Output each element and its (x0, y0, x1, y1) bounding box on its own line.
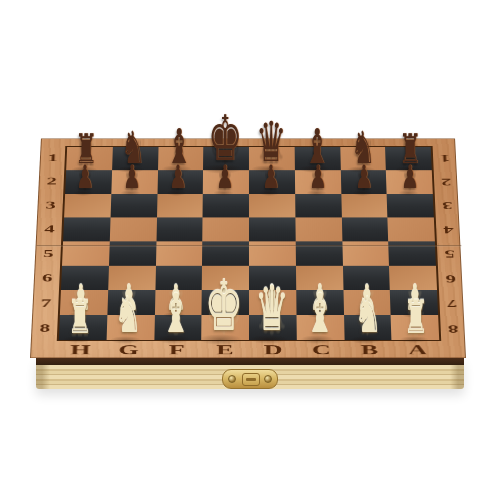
square-a6[interactable] (389, 266, 437, 291)
square-a4[interactable] (388, 217, 435, 241)
rank-label-6: 6 (34, 266, 60, 291)
latch-screw-left (228, 375, 236, 383)
rank-label-4: 4 (436, 217, 461, 241)
board-squares (57, 146, 442, 341)
square-h1[interactable] (66, 147, 112, 170)
file-label-G: G (104, 341, 153, 358)
rank-label-6: 6 (438, 266, 464, 291)
square-h3[interactable] (64, 194, 111, 218)
square-a1[interactable] (385, 147, 431, 170)
square-b1[interactable] (340, 147, 386, 170)
square-b4[interactable] (341, 217, 388, 241)
file-label-D: D (249, 341, 297, 358)
rank-label-3: 3 (435, 193, 460, 217)
square-b6[interactable] (342, 266, 390, 291)
rank-label-8: 8 (32, 316, 58, 341)
square-g4[interactable] (110, 217, 157, 241)
square-a2[interactable] (386, 170, 433, 193)
square-e6[interactable] (202, 266, 249, 291)
rank-label-1: 1 (40, 146, 65, 169)
latch-clasp (242, 373, 260, 386)
square-h6[interactable] (61, 266, 109, 291)
rank-label-7: 7 (439, 291, 465, 316)
brass-latch (222, 369, 278, 389)
square-c4[interactable] (295, 217, 342, 241)
square-d3[interactable] (249, 194, 295, 218)
chess-board: 12345678 12345678 HGFEDCBA (30, 139, 466, 358)
file-label-H: H (56, 341, 105, 358)
file-labels-bottom: HGFEDCBA (56, 341, 442, 358)
rank-label-2: 2 (434, 170, 459, 194)
square-c2[interactable] (295, 170, 341, 193)
square-g7[interactable] (107, 290, 155, 315)
fold-seam-line (37, 245, 462, 247)
chess-board-wrap: 12345678 12345678 HGFEDCBA (30, 118, 466, 358)
square-h8[interactable] (59, 315, 107, 340)
file-label-C: C (297, 341, 345, 358)
square-b2[interactable] (340, 170, 386, 193)
square-g2[interactable] (111, 170, 157, 193)
square-f4[interactable] (156, 217, 203, 241)
square-f7[interactable] (154, 290, 202, 315)
square-a3[interactable] (387, 194, 434, 218)
square-c7[interactable] (296, 290, 344, 315)
square-b3[interactable] (341, 194, 388, 218)
square-c8[interactable] (296, 315, 344, 340)
square-c3[interactable] (295, 194, 341, 218)
latch-screw-right (264, 375, 272, 383)
square-a7[interactable] (390, 290, 438, 315)
square-c6[interactable] (296, 266, 343, 291)
case-front-face (36, 358, 464, 389)
file-label-B: B (345, 341, 394, 358)
square-e7[interactable] (202, 290, 249, 315)
square-f3[interactable] (157, 194, 203, 218)
square-g6[interactable] (108, 266, 156, 291)
square-d6[interactable] (249, 266, 296, 291)
file-label-A: A (393, 341, 442, 358)
square-e1[interactable] (203, 147, 249, 170)
rank-label-3: 3 (38, 193, 63, 217)
square-d7[interactable] (249, 290, 296, 315)
board-edge-strip (36, 358, 464, 365)
square-e4[interactable] (202, 217, 248, 241)
square-a8[interactable] (391, 315, 439, 340)
rank-label-1: 1 (433, 146, 458, 169)
square-e8[interactable] (201, 315, 249, 340)
square-h4[interactable] (63, 217, 110, 241)
file-label-F: F (152, 341, 200, 358)
square-c1[interactable] (294, 147, 340, 170)
square-g1[interactable] (112, 147, 158, 170)
product-photo-scene: 12345678 12345678 HGFEDCBA ♜♜♞♞♝♝♚♚♛♛♝♝♞… (0, 0, 500, 500)
square-h2[interactable] (65, 170, 112, 193)
square-f6[interactable] (155, 266, 202, 291)
file-label-E: E (201, 341, 249, 358)
square-d2[interactable] (249, 170, 295, 193)
square-b8[interactable] (344, 315, 392, 340)
square-d1[interactable] (249, 147, 295, 170)
square-f2[interactable] (157, 170, 203, 193)
rank-label-7: 7 (33, 291, 59, 316)
rank-label-8: 8 (440, 316, 466, 341)
square-f8[interactable] (154, 315, 202, 340)
square-b7[interactable] (343, 290, 391, 315)
square-e3[interactable] (203, 194, 249, 218)
square-d8[interactable] (249, 315, 297, 340)
square-f1[interactable] (158, 147, 204, 170)
square-d4[interactable] (249, 217, 295, 241)
square-e2[interactable] (203, 170, 249, 193)
square-g8[interactable] (106, 315, 154, 340)
square-g3[interactable] (110, 194, 157, 218)
rank-label-4: 4 (37, 217, 62, 241)
square-h7[interactable] (60, 290, 108, 315)
rank-label-2: 2 (39, 170, 64, 194)
